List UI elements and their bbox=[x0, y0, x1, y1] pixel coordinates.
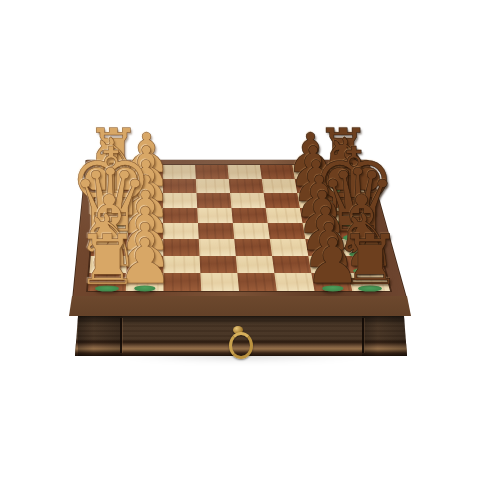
piece-black-pawn-a7[interactable]: ♟ bbox=[304, 233, 360, 292]
box-end-cap-right bbox=[362, 316, 407, 356]
pawn-glyph: ♟ bbox=[304, 233, 360, 292]
square-g4[interactable] bbox=[196, 179, 230, 193]
chess-set-photo: ♜♟♟♜♞♟♟♞♝♟♟♝♚♟♟♚♛♟♟♛♝♟♟♝♞♟♟♞♜♟♟♜ bbox=[0, 0, 480, 480]
square-b4[interactable] bbox=[200, 256, 238, 273]
square-c4[interactable] bbox=[199, 239, 236, 256]
drawer-ring-pull[interactable] bbox=[229, 332, 253, 359]
square-a5[interactable] bbox=[237, 273, 276, 291]
square-e5[interactable] bbox=[231, 208, 267, 223]
square-c5[interactable] bbox=[234, 239, 272, 256]
square-h5[interactable] bbox=[228, 165, 262, 179]
square-e4[interactable] bbox=[197, 208, 233, 223]
square-f5[interactable] bbox=[230, 193, 266, 208]
square-f4[interactable] bbox=[196, 193, 231, 208]
square-d5[interactable] bbox=[233, 223, 270, 239]
box-end-cap-left bbox=[78, 316, 122, 356]
square-h4[interactable] bbox=[195, 165, 229, 179]
square-d4[interactable] bbox=[198, 223, 234, 239]
piece-white-rook-a1[interactable]: ♜ bbox=[76, 227, 138, 293]
square-b5[interactable] bbox=[236, 256, 275, 273]
rook-glyph: ♜ bbox=[76, 227, 138, 293]
square-a4[interactable] bbox=[200, 273, 239, 291]
board-scene: ♜♟♟♜♞♟♟♞♝♟♟♝♚♟♟♚♛♟♟♛♝♟♟♝♞♟♟♞♜♟♟♜ bbox=[0, 0, 480, 480]
square-g5[interactable] bbox=[229, 179, 264, 193]
